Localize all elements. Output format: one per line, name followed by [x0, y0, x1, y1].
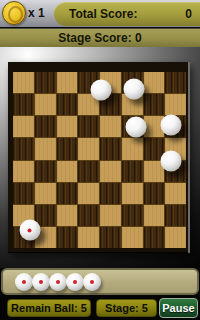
- ball-layer: [13, 72, 186, 248]
- total-score-label: Total Score:: [69, 3, 137, 26]
- stage-badge: Stage: 5: [96, 299, 157, 317]
- white-ball[interactable]: [124, 79, 145, 100]
- remaining-ball-tray: [1, 268, 199, 295]
- board-scene: [0, 47, 200, 268]
- total-score-bar: Total Score: 0: [54, 2, 200, 26]
- stage-score-bar: Stage Score: 0: [0, 28, 200, 47]
- red-dot: [22, 280, 26, 284]
- red-dot: [73, 280, 77, 284]
- tray-ball: [15, 273, 33, 291]
- top-bar: x 1 Total Score: 0: [0, 0, 200, 27]
- tray-ball: [49, 273, 67, 291]
- tray-ball: [83, 273, 101, 291]
- red-dot: [90, 280, 94, 284]
- active-ball[interactable]: [19, 220, 40, 241]
- white-ball[interactable]: [125, 117, 146, 138]
- game-screen: x 1 Total Score: 0 Stage Score: 0 Remain…: [0, 0, 200, 320]
- white-ball[interactable]: [160, 150, 181, 171]
- coin-emblem: [8, 6, 23, 23]
- coin-icon: [2, 1, 26, 25]
- white-ball[interactable]: [160, 114, 181, 135]
- red-dot: [39, 280, 43, 284]
- stage-score-text: Stage Score: 0: [0, 29, 200, 47]
- total-score-value: 0: [185, 3, 192, 26]
- red-dot: [28, 228, 32, 232]
- remain-ball-badge: Remain Ball: 5: [7, 299, 91, 317]
- white-ball[interactable]: [90, 80, 111, 101]
- red-dot: [56, 280, 60, 284]
- tray-ball: [66, 273, 84, 291]
- board-frame: [8, 62, 190, 253]
- pause-button[interactable]: Pause: [159, 298, 198, 318]
- coin-multiplier-label: x 1: [28, 6, 45, 20]
- tray-ball: [32, 273, 50, 291]
